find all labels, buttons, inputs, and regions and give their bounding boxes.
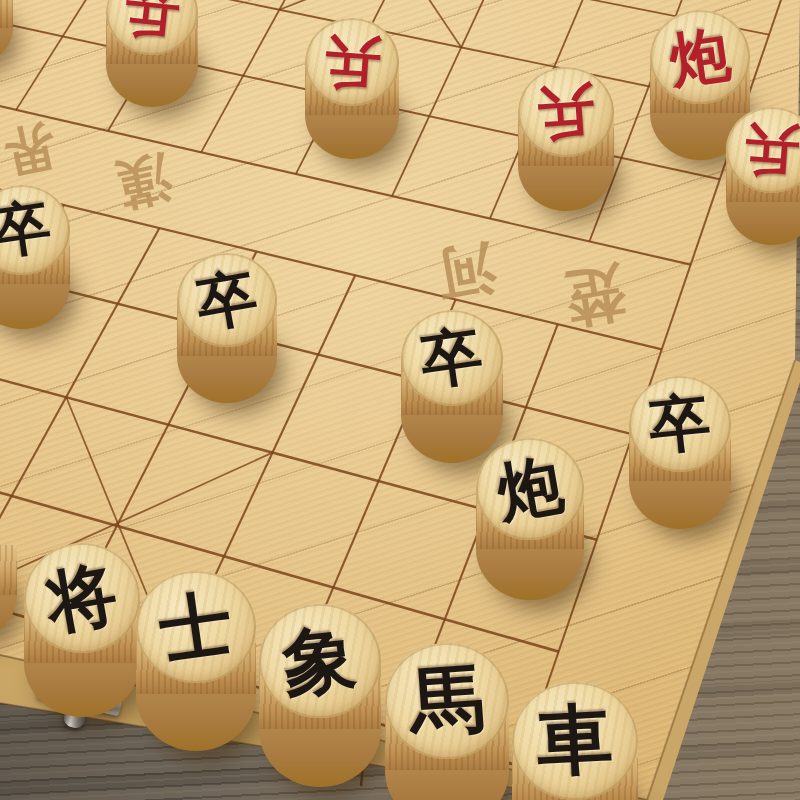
piece-top-face: 車 — [512, 682, 638, 800]
piece-glyph: 卒 — [192, 265, 262, 335]
piece-piece-fragment-left[interactable] — [0, 503, 17, 638]
piece-glyph: 将 — [42, 558, 123, 639]
piece-black-cannon[interactable]: 炮 — [476, 438, 584, 600]
piece-side — [0, 0, 13, 28]
piece-top-face: 将 — [24, 543, 140, 652]
piece-top-face: 象 — [259, 604, 381, 719]
piece-top-face: 炮 — [476, 438, 584, 540]
river-char: 界 — [0, 115, 62, 185]
piece-glyph: 馬 — [407, 661, 486, 740]
piece-black-soldier-4[interactable]: 卒 — [629, 376, 731, 529]
xiangqi-photo-scene: 界漢河楚 兵兵兵炮兵卒卒卒卒炮将士象馬車 — [0, 0, 800, 800]
river-char: 河 — [432, 233, 502, 310]
piece-top-face: 兵 — [518, 67, 614, 157]
piece-black-horse[interactable]: 馬 — [385, 643, 509, 800]
piece-glyph: 卒 — [0, 197, 55, 262]
river-char: 漢 — [111, 144, 178, 217]
piece-black-chariot[interactable]: 車 — [512, 682, 638, 800]
piece-red-soldier-1[interactable]: 兵 — [106, 0, 198, 107]
piece-red-soldier-3[interactable]: 兵 — [518, 67, 614, 211]
piece-glyph: 車 — [535, 701, 614, 780]
piece-glyph: 卒 — [646, 390, 713, 457]
piece-top-face: 卒 — [629, 376, 731, 472]
piece-top-face: 卒 — [401, 310, 503, 406]
piece-glyph: 炮 — [666, 23, 734, 91]
river-char: 楚 — [560, 257, 632, 337]
piece-top-face: 卒 — [177, 253, 277, 347]
piece-glyph: 兵 — [322, 32, 382, 92]
piece-glyph: 兵 — [535, 81, 596, 142]
piece-top-face: 士 — [136, 571, 256, 684]
piece-top-face: 炮 — [650, 10, 750, 104]
piece-black-advisor[interactable]: 士 — [136, 571, 256, 751]
piece-glyph: 炮 — [492, 451, 567, 526]
piece-glyph: 兵 — [122, 0, 183, 42]
piece-top-face: 馬 — [385, 643, 509, 760]
piece-glyph: 象 — [280, 621, 360, 701]
piece-side — [0, 545, 17, 595]
piece-top-face: 兵 — [305, 18, 399, 106]
piece-red-soldier-4[interactable]: 兵 — [726, 107, 800, 245]
piece-glyph: 卒 — [417, 323, 486, 392]
piece-black-soldier-1[interactable]: 卒 — [0, 185, 70, 329]
piece-glyph: 士 — [155, 586, 236, 667]
piece-piece-fragment-top-left[interactable] — [0, 0, 13, 64]
piece-black-general[interactable]: 将 — [24, 543, 140, 717]
piece-black-elephant[interactable]: 象 — [259, 604, 381, 787]
piece-glyph: 兵 — [743, 121, 800, 180]
piece-red-soldier-2[interactable]: 兵 — [305, 18, 399, 159]
piece-black-soldier-2[interactable]: 卒 — [177, 253, 277, 403]
